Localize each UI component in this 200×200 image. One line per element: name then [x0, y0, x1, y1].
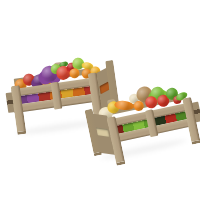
crate-front-panel [88, 72, 200, 169]
vegetable-crate [92, 78, 200, 170]
product-photo [0, 0, 200, 200]
vegetable-crate-body [88, 72, 200, 169]
